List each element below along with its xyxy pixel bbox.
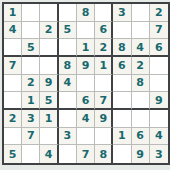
sudoku-cell-r2c5[interactable] — [77, 22, 95, 40]
sudoku-cell-r1c7[interactable]: 3 — [113, 4, 131, 22]
sudoku-cell-r4c8[interactable]: 2 — [132, 57, 150, 75]
sudoku-cell-r2c7[interactable] — [113, 22, 131, 40]
sudoku-cell-r3c6[interactable]: 2 — [95, 39, 113, 57]
sudoku-cell-r2c1[interactable]: 4 — [4, 22, 22, 40]
sudoku-cell-r8c9[interactable]: 4 — [150, 128, 168, 146]
sudoku-cell-r3c7[interactable]: 8 — [113, 39, 131, 57]
sudoku-cell-r3c4[interactable] — [59, 39, 77, 57]
sudoku-cell-r6c8[interactable] — [132, 92, 150, 110]
sudoku-cell-r1c6[interactable] — [95, 4, 113, 22]
sudoku-cell-r9c2[interactable] — [22, 145, 40, 163]
sudoku-cell-r7c1[interactable]: 2 — [4, 110, 22, 128]
sudoku-cell-r6c2[interactable]: 1 — [22, 92, 40, 110]
sudoku-cell-r6c6[interactable]: 7 — [95, 92, 113, 110]
sudoku-cell-r7c4[interactable] — [59, 110, 77, 128]
sudoku-cell-r4c5[interactable]: 9 — [77, 57, 95, 75]
sudoku-cell-r5c1[interactable] — [4, 75, 22, 93]
sudoku-cell-r2c2[interactable] — [22, 22, 40, 40]
sudoku-cell-r4c9[interactable] — [150, 57, 168, 75]
sudoku-cell-r1c5[interactable]: 8 — [77, 4, 95, 22]
sudoku-cell-r4c2[interactable] — [22, 57, 40, 75]
sudoku-cell-r5c4[interactable]: 4 — [59, 75, 77, 93]
sudoku-board: 1832425675128467891622948156792314973164… — [2, 2, 170, 165]
sudoku-cell-r6c9[interactable]: 9 — [150, 92, 168, 110]
sudoku-cell-r5c3[interactable]: 9 — [40, 75, 58, 93]
sudoku-cell-r2c3[interactable]: 2 — [40, 22, 58, 40]
sudoku-cell-r7c5[interactable]: 4 — [77, 110, 95, 128]
sudoku-cell-r7c9[interactable] — [150, 110, 168, 128]
sudoku-cell-r8c7[interactable]: 1 — [113, 128, 131, 146]
sudoku-cell-r1c3[interactable] — [40, 4, 58, 22]
sudoku-cell-r6c4[interactable] — [59, 92, 77, 110]
sudoku-cell-r4c6[interactable]: 1 — [95, 57, 113, 75]
sudoku-cell-r2c8[interactable] — [132, 22, 150, 40]
sudoku-cell-r3c5[interactable]: 1 — [77, 39, 95, 57]
sudoku-board-container: 1832425675128467891622948156792314973164… — [2, 2, 170, 165]
sudoku-cell-r8c2[interactable]: 7 — [22, 128, 40, 146]
sudoku-cell-r2c6[interactable]: 6 — [95, 22, 113, 40]
sudoku-cell-r9c1[interactable]: 5 — [4, 145, 22, 163]
sudoku-cell-r3c8[interactable]: 4 — [132, 39, 150, 57]
sudoku-cell-r9c3[interactable]: 4 — [40, 145, 58, 163]
sudoku-cell-r3c2[interactable]: 5 — [22, 39, 40, 57]
sudoku-cell-r1c1[interactable]: 1 — [4, 4, 22, 22]
sudoku-cell-r5c7[interactable] — [113, 75, 131, 93]
sudoku-cell-r4c4[interactable]: 8 — [59, 57, 77, 75]
sudoku-cell-r8c1[interactable] — [4, 128, 22, 146]
sudoku-cell-r5c2[interactable]: 2 — [22, 75, 40, 93]
sudoku-cell-r7c7[interactable] — [113, 110, 131, 128]
sudoku-cell-r3c3[interactable] — [40, 39, 58, 57]
sudoku-cell-r5c9[interactable] — [150, 75, 168, 93]
sudoku-cell-r8c8[interactable]: 6 — [132, 128, 150, 146]
sudoku-cell-r6c7[interactable] — [113, 92, 131, 110]
sudoku-cell-r9c7[interactable] — [113, 145, 131, 163]
sudoku-cell-r5c8[interactable]: 8 — [132, 75, 150, 93]
sudoku-cell-r8c4[interactable]: 3 — [59, 128, 77, 146]
sudoku-cell-r7c6[interactable]: 9 — [95, 110, 113, 128]
sudoku-cell-r9c9[interactable]: 3 — [150, 145, 168, 163]
sudoku-cell-r1c9[interactable]: 2 — [150, 4, 168, 22]
sudoku-cell-r9c8[interactable]: 9 — [132, 145, 150, 163]
sudoku-cell-r8c6[interactable] — [95, 128, 113, 146]
sudoku-cell-r7c3[interactable]: 1 — [40, 110, 58, 128]
sudoku-cell-r6c1[interactable] — [4, 92, 22, 110]
sudoku-cell-r5c5[interactable] — [77, 75, 95, 93]
sudoku-cell-r2c4[interactable]: 5 — [59, 22, 77, 40]
sudoku-cell-r6c3[interactable]: 5 — [40, 92, 58, 110]
sudoku-cell-r8c3[interactable] — [40, 128, 58, 146]
sudoku-cell-r9c5[interactable]: 7 — [77, 145, 95, 163]
sudoku-cell-r1c8[interactable] — [132, 4, 150, 22]
sudoku-cell-r1c4[interactable] — [59, 4, 77, 22]
sudoku-cell-r9c4[interactable] — [59, 145, 77, 163]
sudoku-cell-r2c9[interactable]: 7 — [150, 22, 168, 40]
sudoku-cell-r4c1[interactable]: 7 — [4, 57, 22, 75]
sudoku-cell-r3c9[interactable]: 6 — [150, 39, 168, 57]
sudoku-cell-r9c6[interactable]: 8 — [95, 145, 113, 163]
sudoku-cell-r3c1[interactable] — [4, 39, 22, 57]
sudoku-cell-r1c2[interactable] — [22, 4, 40, 22]
sudoku-cell-r4c7[interactable]: 6 — [113, 57, 131, 75]
sudoku-cell-r4c3[interactable] — [40, 57, 58, 75]
sudoku-cell-r7c2[interactable]: 3 — [22, 110, 40, 128]
sudoku-cell-r6c5[interactable]: 6 — [77, 92, 95, 110]
sudoku-cell-r7c8[interactable] — [132, 110, 150, 128]
sudoku-cell-r5c6[interactable] — [95, 75, 113, 93]
sudoku-cell-r8c5[interactable] — [77, 128, 95, 146]
